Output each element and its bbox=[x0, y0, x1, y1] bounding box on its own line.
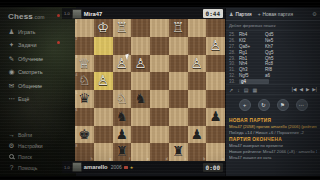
sidebar-item-label: Ещё bbox=[18, 96, 29, 102]
square-h3[interactable]: ♕3 bbox=[75, 55, 94, 73]
square-a7[interactable] bbox=[206, 126, 225, 144]
previous-move-button[interactable]: ◀ bbox=[299, 87, 302, 92]
square-b4[interactable] bbox=[188, 72, 207, 90]
black-piece-♟: ♟ bbox=[116, 128, 128, 142]
tab-Новая партия[interactable]: +Новая партия bbox=[258, 11, 293, 17]
sidebar-item-label: Настройки bbox=[18, 143, 43, 149]
rematch-button[interactable]: ↻ bbox=[258, 99, 270, 111]
sidebar-item-label: Смотреть bbox=[18, 69, 43, 75]
white-piece-♙: ♙ bbox=[210, 39, 222, 53]
log-header-game-over: ПАРТИЯ ОКОНЧЕНА bbox=[229, 137, 317, 142]
square-g1[interactable]: ♔ bbox=[94, 19, 113, 37]
file-label: f bbox=[129, 157, 130, 161]
player-rating-bottom: 2006 bbox=[111, 164, 122, 170]
square-h2[interactable]: 2 bbox=[75, 37, 94, 55]
new-game-icon: + bbox=[243, 102, 246, 108]
square-c8[interactable]: ♜c bbox=[169, 143, 188, 161]
square-f4[interactable] bbox=[113, 72, 132, 90]
black-piece-♞: ♞ bbox=[116, 110, 128, 124]
square-g5[interactable] bbox=[94, 90, 113, 108]
move-black[interactable]: Kh7 bbox=[265, 44, 291, 49]
square-e3[interactable]: ♙ bbox=[131, 55, 150, 73]
move-number: 25. bbox=[229, 32, 239, 37]
sidebar-item-label: Общение bbox=[18, 83, 42, 89]
rank-label: 7 bbox=[76, 126, 78, 130]
gear-icon[interactable]: ⚙ bbox=[312, 11, 317, 17]
square-c3[interactable] bbox=[169, 55, 188, 73]
move-black[interactable]: Rf8 bbox=[265, 67, 291, 72]
player-name-bottom[interactable]: amarello bbox=[84, 164, 108, 170]
square-d1[interactable] bbox=[150, 19, 169, 37]
rematch-icon: ↻ bbox=[261, 102, 266, 108]
move-number: 31. bbox=[229, 67, 239, 72]
square-h8[interactable]: 8h bbox=[75, 143, 94, 161]
move-white[interactable]: Rg1 bbox=[239, 50, 265, 55]
square-b7[interactable]: ♟ bbox=[188, 126, 207, 144]
move-number: 30. bbox=[229, 61, 239, 66]
move-black[interactable]: Qd5 bbox=[265, 32, 291, 37]
square-d7[interactable] bbox=[150, 126, 169, 144]
move-black[interactable]: Ne5 bbox=[265, 38, 291, 43]
square-e8[interactable]: e bbox=[131, 143, 150, 161]
move-toolbar: ↗↓▤▦|◀◀▶▶| bbox=[226, 84, 320, 95]
square-d8[interactable]: d bbox=[150, 143, 169, 161]
board-icon[interactable]: ▤ bbox=[244, 87, 249, 93]
square-h1[interactable]: 1 bbox=[75, 19, 94, 37]
game-event-log: НОВАЯ ПАРТИЯ Mira47 (2058) против amarel… bbox=[226, 114, 320, 162]
square-a8[interactable]: a bbox=[206, 143, 225, 161]
log-header-new-game: НОВАЯ ПАРТИЯ bbox=[229, 118, 317, 123]
square-c5[interactable] bbox=[169, 90, 188, 108]
sidebar: Chess.com ♟Играть✦Задачи✎Обучение◉Смотре… bbox=[2, 10, 62, 106]
sidebar-item-label: Помощь bbox=[18, 165, 37, 171]
square-b5[interactable] bbox=[188, 90, 207, 108]
rank-label: 4 bbox=[76, 73, 78, 77]
move-white[interactable]: Rb4 bbox=[239, 32, 265, 37]
more-button[interactable]: ⋯ bbox=[296, 99, 308, 111]
white-piece-♘: ♘ bbox=[78, 74, 90, 88]
white-piece-♖: ♖ bbox=[172, 21, 184, 35]
flag-button[interactable]: ⚑ bbox=[277, 99, 289, 111]
log-odds-line: Победа +14 / Ничья +6 / Поражение -2 bbox=[229, 130, 317, 135]
sidebar-footer: →Войти⚙НастройкиПоиск?Помощь bbox=[2, 129, 62, 173]
puzzle-icon: ✦ bbox=[8, 41, 15, 49]
move-white[interactable]: Qa8+ bbox=[239, 44, 265, 49]
move-white[interactable]: g4 bbox=[239, 79, 269, 84]
square-b3[interactable]: ♙ bbox=[188, 55, 207, 73]
sidebar-item-Общение[interactable]: ✉Общение bbox=[2, 79, 62, 93]
square-c6[interactable] bbox=[169, 108, 188, 126]
download-icon[interactable]: ↓ bbox=[237, 87, 240, 93]
rank-label: 5 bbox=[76, 91, 78, 95]
file-label: g bbox=[110, 157, 112, 161]
sidebar-item-label: Войти bbox=[18, 132, 32, 138]
top-player-bar: 1-0 Mira47 0:44 bbox=[62, 8, 225, 19]
white-piece-♕: ♕ bbox=[78, 57, 90, 71]
search-icon bbox=[8, 153, 15, 160]
square-g3[interactable] bbox=[94, 55, 113, 73]
bottom-player-bar: 1-0 amarello 2006 ★ 0:00 bbox=[62, 161, 225, 173]
square-e6[interactable] bbox=[131, 108, 150, 126]
tab-label: Партия bbox=[235, 12, 251, 17]
game-panel: ♟Партия+Новая партия⚙ Дебют ферзевых пеш… bbox=[225, 8, 320, 176]
sidebar-item-Задачи[interactable]: ✦Задачи bbox=[2, 39, 62, 53]
square-f6[interactable]: ♞ bbox=[113, 108, 132, 126]
social-icon: ✉ bbox=[8, 82, 15, 90]
square-f7[interactable]: ♟ bbox=[113, 126, 132, 144]
sidebar-item-Смотреть[interactable]: ◉Смотреть bbox=[2, 66, 62, 80]
pawn-icon: ♟ bbox=[8, 28, 15, 36]
help-icon: ? bbox=[8, 164, 15, 171]
black-piece-♛: ♛ bbox=[78, 92, 90, 106]
square-d5[interactable] bbox=[150, 90, 169, 108]
new-game-button[interactable]: + bbox=[239, 99, 251, 111]
sidebar-footer-item-Помощь[interactable]: ?Помощь bbox=[2, 162, 62, 173]
panel-tabs: ♟Партия+Новая партия⚙ bbox=[226, 8, 320, 21]
move-white[interactable]: Qh3 bbox=[239, 67, 265, 72]
post-game-actions: +↻⚑⋯ bbox=[226, 95, 320, 114]
sidebar-footer-item-Поиск[interactable]: Поиск bbox=[2, 151, 62, 162]
black-piece-♟: ♟ bbox=[210, 110, 222, 124]
move-number: 27. bbox=[229, 44, 239, 49]
square-c1[interactable]: ♖ bbox=[169, 19, 188, 37]
tab-Партия[interactable]: ♟Партия bbox=[229, 11, 252, 17]
pawn-icon: ♟ bbox=[229, 11, 233, 17]
sidebar-item-label: Играть bbox=[18, 29, 35, 35]
flag-icon: ⚑ bbox=[280, 102, 285, 108]
rank-label: 6 bbox=[76, 108, 78, 112]
opening-name: Дебют ферзевых пешек bbox=[226, 21, 320, 31]
learn-icon: ✎ bbox=[8, 55, 15, 63]
white-piece-♙: ♙ bbox=[97, 74, 109, 88]
square-a3[interactable] bbox=[206, 55, 225, 73]
black-piece-♞: ♞ bbox=[135, 92, 147, 106]
square-a4[interactable] bbox=[206, 72, 225, 90]
rank-label: 3 bbox=[76, 55, 78, 59]
square-b1[interactable] bbox=[188, 19, 207, 37]
white-piece-♘: ♘ bbox=[116, 92, 128, 106]
square-b8[interactable]: b bbox=[188, 143, 207, 161]
move-white[interactable]: Nh4 bbox=[239, 61, 265, 66]
sidebar-footer-item-Войти[interactable]: →Войти bbox=[2, 129, 62, 140]
black-piece-♟: ♟ bbox=[191, 128, 203, 142]
square-g7[interactable] bbox=[94, 126, 113, 144]
avatar[interactable] bbox=[72, 9, 82, 19]
login-icon: → bbox=[8, 131, 15, 138]
more-icon: ⋯ bbox=[8, 95, 15, 103]
move-black[interactable]: Qg5 bbox=[265, 50, 291, 55]
square-e5[interactable]: ♞ bbox=[131, 90, 150, 108]
move-nav: |◀◀▶▶| bbox=[292, 87, 317, 92]
square-a2[interactable]: ♙ bbox=[206, 37, 225, 55]
star-flair-icon: ★ bbox=[130, 165, 134, 170]
square-f5[interactable]: ♘ bbox=[113, 90, 132, 108]
square-e2[interactable] bbox=[131, 37, 150, 55]
square-g4[interactable]: ♙ bbox=[94, 72, 113, 90]
file-label: b bbox=[203, 157, 205, 161]
move-white[interactable]: Ngf5 bbox=[239, 73, 265, 78]
white-piece-♔: ♔ bbox=[97, 21, 109, 35]
move-number: 29. bbox=[229, 56, 239, 61]
move-number: 28. bbox=[229, 50, 239, 55]
screen-photo: Chess.com ♟Играть✦Задачи✎Обучение◉Смотре… bbox=[0, 0, 320, 180]
sidebar-item-Обучение[interactable]: ✎Обучение bbox=[2, 52, 62, 66]
chess-app: Chess.com ♟Играть✦Задачи✎Обучение◉Смотре… bbox=[0, 7, 320, 176]
move-black[interactable]: Rc8 bbox=[265, 61, 291, 66]
square-d2[interactable] bbox=[150, 37, 169, 55]
square-h6[interactable]: 6 bbox=[75, 108, 94, 126]
grid-icon[interactable]: ▦ bbox=[252, 87, 257, 93]
square-d6[interactable] bbox=[150, 108, 169, 126]
file-label: e bbox=[147, 157, 149, 161]
score-badge: 1-0 bbox=[64, 165, 70, 170]
square-h4[interactable]: ♘4 bbox=[75, 72, 94, 90]
move-number: 32. bbox=[229, 73, 239, 78]
flag-icon bbox=[124, 166, 128, 169]
square-c2[interactable] bbox=[169, 37, 188, 55]
sidebar-item-label: Поиск bbox=[18, 154, 32, 160]
move-list[interactable]: 25.Rb4Qd526.Kf2Ne527.Qa8+Kh728.Rg1Qg529.… bbox=[226, 31, 320, 84]
sidebar-footer-item-Настройки[interactable]: ⚙Настройки bbox=[2, 140, 62, 151]
move-black[interactable]: a6 bbox=[265, 73, 291, 78]
share-icon[interactable]: ↗ bbox=[229, 87, 233, 93]
square-a1[interactable] bbox=[206, 19, 225, 37]
square-f8[interactable]: ♜f bbox=[113, 143, 132, 161]
square-b2[interactable] bbox=[188, 37, 207, 55]
square-a6[interactable]: ♟ bbox=[206, 108, 225, 126]
move-number: 33. bbox=[229, 79, 239, 84]
chess-board[interactable]: 1♔♖♖2♙♕3♙♙♙♘4♙♛5♘♞6♞♟♚7♟♟8hg♜fed♜cba bbox=[75, 19, 225, 161]
sidebar-item-Играть[interactable]: ♟Играть bbox=[2, 25, 62, 39]
next-move-button[interactable]: ▶ bbox=[306, 87, 309, 92]
rank-label: 8 bbox=[76, 144, 78, 148]
square-f2[interactable] bbox=[113, 37, 132, 55]
move-black[interactable]: Qh5 bbox=[265, 56, 291, 61]
square-g6[interactable] bbox=[94, 108, 113, 126]
notification-dot bbox=[57, 14, 60, 17]
move-white[interactable]: Kf2 bbox=[239, 38, 265, 43]
clock-bottom: 0:00 bbox=[203, 163, 223, 172]
sidebar-item-Ещё[interactable]: ⋯Ещё bbox=[2, 93, 62, 107]
square-c4[interactable] bbox=[169, 72, 188, 90]
first-move-button[interactable]: |◀ bbox=[292, 87, 297, 92]
rank-label: 1 bbox=[76, 20, 78, 24]
log-chat-line: Mira47 вышел из чата bbox=[229, 155, 317, 160]
move-number: 26. bbox=[229, 38, 239, 43]
move-white[interactable]: Rb1 bbox=[239, 56, 265, 61]
last-move-button[interactable]: ▶| bbox=[312, 87, 317, 92]
sidebar-item-label: Задачи bbox=[18, 42, 36, 48]
log-result-line: Mira47 выиграл по времени bbox=[229, 143, 317, 148]
square-e4[interactable] bbox=[131, 72, 150, 90]
app-logo[interactable]: Chess.com bbox=[2, 10, 62, 25]
white-piece-♙: ♙ bbox=[135, 57, 147, 71]
square-f1[interactable]: ♖ bbox=[113, 19, 132, 37]
file-label: h bbox=[91, 157, 93, 161]
square-g8[interactable]: g bbox=[94, 143, 113, 161]
settings-icon: ⚙ bbox=[8, 142, 15, 150]
square-c7[interactable] bbox=[169, 126, 188, 144]
file-label: d bbox=[166, 157, 168, 161]
white-piece-♙: ♙ bbox=[191, 57, 203, 71]
square-b6[interactable] bbox=[188, 108, 207, 126]
plus-icon: + bbox=[258, 11, 261, 17]
log-ratings-line: Новые рейтинги: Mira47 2066 (+8) · amare… bbox=[229, 149, 317, 154]
square-h5[interactable]: ♛5 bbox=[75, 90, 94, 108]
sidebar-item-label: Обучение bbox=[18, 56, 43, 62]
watch-icon: ◉ bbox=[8, 68, 15, 76]
square-d4[interactable] bbox=[150, 72, 169, 90]
more-icon: ⋯ bbox=[299, 102, 305, 108]
square-e7[interactable] bbox=[131, 126, 150, 144]
file-label: a bbox=[222, 157, 224, 161]
square-g2[interactable] bbox=[94, 37, 113, 55]
file-label: c bbox=[185, 157, 187, 161]
clock-top: 0:44 bbox=[203, 9, 223, 18]
notification-dot bbox=[57, 41, 60, 44]
square-h7[interactable]: ♚7 bbox=[75, 126, 94, 144]
square-a5[interactable] bbox=[206, 90, 225, 108]
score-badge: 1-0 bbox=[64, 11, 70, 16]
square-d3[interactable] bbox=[150, 55, 169, 73]
black-piece-♜: ♜ bbox=[116, 145, 128, 159]
log-new-game-line: Mira47 (2058) против amarello (2006) (ре… bbox=[229, 124, 317, 129]
black-piece-♜: ♜ bbox=[172, 145, 184, 159]
rank-label: 2 bbox=[76, 37, 78, 41]
black-piece-♚: ♚ bbox=[78, 128, 90, 142]
white-piece-♖: ♖ bbox=[116, 21, 128, 35]
player-name-top[interactable]: Mira47 bbox=[84, 11, 102, 17]
square-e1[interactable] bbox=[131, 19, 150, 37]
avatar[interactable] bbox=[72, 162, 82, 172]
tab-label: Новая партия bbox=[263, 12, 294, 17]
